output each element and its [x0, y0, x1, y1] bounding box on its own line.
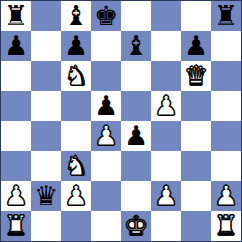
square-f5[interactable]: ♟	[151, 91, 181, 121]
square-d6[interactable]	[91, 61, 121, 91]
square-h7[interactable]	[211, 31, 241, 61]
piece-black-bishop-c8[interactable]: ♝	[64, 2, 88, 30]
piece-white-pawn-h2[interactable]: ♟	[214, 182, 238, 210]
piece-white-rook-a1[interactable]: ♜	[4, 212, 28, 240]
square-e5[interactable]	[121, 91, 151, 121]
square-e3[interactable]	[121, 151, 151, 181]
square-c4[interactable]	[61, 121, 91, 151]
square-c2[interactable]: ♟	[61, 181, 91, 211]
square-a1[interactable]: ♜	[1, 211, 31, 241]
square-c7[interactable]: ♟	[61, 31, 91, 61]
square-g3[interactable]	[181, 151, 211, 181]
square-b3[interactable]	[31, 151, 61, 181]
square-b1[interactable]	[31, 211, 61, 241]
square-d8[interactable]: ♚	[91, 1, 121, 31]
square-g5[interactable]	[181, 91, 211, 121]
square-a6[interactable]	[1, 61, 31, 91]
square-a2[interactable]: ♟	[1, 181, 31, 211]
square-e8[interactable]	[121, 1, 151, 31]
square-e4[interactable]: ♟	[121, 121, 151, 151]
square-h8[interactable]: ♜	[211, 1, 241, 31]
piece-black-pawn-g7[interactable]: ♟	[184, 32, 208, 60]
square-h4[interactable]	[211, 121, 241, 151]
square-c5[interactable]	[61, 91, 91, 121]
square-a5[interactable]	[1, 91, 31, 121]
square-a7[interactable]: ♟	[1, 31, 31, 61]
piece-black-bishop-e7[interactable]: ♝	[124, 32, 148, 60]
square-g1[interactable]	[181, 211, 211, 241]
piece-black-king-d8[interactable]: ♚	[94, 2, 118, 30]
piece-black-pawn-c7[interactable]: ♟	[64, 32, 88, 60]
square-f7[interactable]	[151, 31, 181, 61]
piece-black-pawn-d5[interactable]: ♟	[94, 92, 118, 120]
square-e6[interactable]	[121, 61, 151, 91]
square-g6[interactable]: ♛	[181, 61, 211, 91]
square-d1[interactable]	[91, 211, 121, 241]
square-e2[interactable]	[121, 181, 151, 211]
square-b8[interactable]	[31, 1, 61, 31]
square-f6[interactable]	[151, 61, 181, 91]
square-c6[interactable]: ♞	[61, 61, 91, 91]
square-f3[interactable]	[151, 151, 181, 181]
square-h5[interactable]	[211, 91, 241, 121]
square-f1[interactable]	[151, 211, 181, 241]
piece-black-pawn-e4[interactable]: ♟	[124, 122, 148, 150]
square-d5[interactable]: ♟	[91, 91, 121, 121]
square-h2[interactable]: ♟	[211, 181, 241, 211]
square-e7[interactable]: ♝	[121, 31, 151, 61]
piece-white-knight-c3[interactable]: ♞	[64, 152, 88, 180]
piece-white-knight-c6[interactable]: ♞	[64, 62, 88, 90]
piece-white-pawn-f5[interactable]: ♟	[154, 92, 178, 120]
chess-board: ♜♝♚♜♟♟♝♟♞♛♟♟♟♟♞♟♛♟♟♟♜♚♜	[0, 0, 242, 242]
square-g4[interactable]	[181, 121, 211, 151]
square-h3[interactable]	[211, 151, 241, 181]
piece-black-queen-b2[interactable]: ♛	[34, 182, 58, 210]
square-f8[interactable]	[151, 1, 181, 31]
square-d7[interactable]	[91, 31, 121, 61]
square-h6[interactable]	[211, 61, 241, 91]
square-c8[interactable]: ♝	[61, 1, 91, 31]
square-g8[interactable]	[181, 1, 211, 31]
square-b2[interactable]: ♛	[31, 181, 61, 211]
square-h1[interactable]: ♜	[211, 211, 241, 241]
piece-white-pawn-f2[interactable]: ♟	[154, 182, 178, 210]
square-g7[interactable]: ♟	[181, 31, 211, 61]
square-d3[interactable]	[91, 151, 121, 181]
square-c3[interactable]: ♞	[61, 151, 91, 181]
square-d4[interactable]: ♟	[91, 121, 121, 151]
square-b5[interactable]	[31, 91, 61, 121]
square-a8[interactable]: ♜	[1, 1, 31, 31]
piece-white-queen-g6[interactable]: ♛	[184, 62, 208, 90]
square-b4[interactable]	[31, 121, 61, 151]
piece-white-rook-h1[interactable]: ♜	[214, 212, 238, 240]
piece-white-pawn-d4[interactable]: ♟	[94, 122, 118, 150]
piece-black-rook-a8[interactable]: ♜	[4, 2, 28, 30]
piece-black-rook-h8[interactable]: ♜	[214, 2, 238, 30]
square-c1[interactable]	[61, 211, 91, 241]
square-a4[interactable]	[1, 121, 31, 151]
square-b7[interactable]	[31, 31, 61, 61]
piece-white-pawn-c2[interactable]: ♟	[64, 182, 88, 210]
square-f2[interactable]: ♟	[151, 181, 181, 211]
piece-white-pawn-a2[interactable]: ♟	[4, 182, 28, 210]
square-g2[interactable]	[181, 181, 211, 211]
square-d2[interactable]	[91, 181, 121, 211]
square-a3[interactable]	[1, 151, 31, 181]
square-f4[interactable]	[151, 121, 181, 151]
square-b6[interactable]	[31, 61, 61, 91]
piece-black-pawn-a7[interactable]: ♟	[4, 32, 28, 60]
square-e1[interactable]: ♚	[121, 211, 151, 241]
piece-white-king-e1[interactable]: ♚	[124, 212, 148, 240]
